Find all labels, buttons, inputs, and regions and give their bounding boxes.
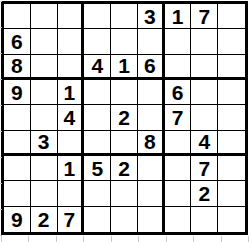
cell-r9c4[interactable] bbox=[84, 207, 111, 232]
cell-r7c7[interactable] bbox=[165, 156, 192, 181]
gridline-tick-vertical bbox=[248, 236, 249, 242]
gridline-tick-horizontal bbox=[0, 235, 2, 236]
cell-r8c7[interactable] bbox=[165, 181, 192, 206]
given-digit-r6c6[interactable]: 8 bbox=[138, 131, 165, 156]
given-digit-r9c9[interactable] bbox=[218, 207, 245, 232]
cell-r4c8[interactable] bbox=[191, 80, 218, 105]
cell-r6c3[interactable] bbox=[58, 131, 85, 156]
given-digit-r3c6[interactable]: 6 bbox=[138, 55, 165, 80]
given-digit-r7c5[interactable]: 2 bbox=[111, 156, 138, 181]
cell-r2c2[interactable] bbox=[31, 29, 58, 54]
cell-r2c9[interactable] bbox=[218, 29, 245, 54]
given-digit-r7c8[interactable]: 7 bbox=[191, 156, 218, 181]
cell-r6c7[interactable] bbox=[165, 131, 192, 156]
gridline-tick-horizontal bbox=[0, 157, 2, 158]
gridline-tick-horizontal bbox=[0, 27, 2, 28]
cell-r6c1[interactable] bbox=[4, 131, 31, 156]
gridline-tick-horizontal bbox=[0, 131, 2, 132]
cell-r2c6[interactable] bbox=[138, 29, 165, 54]
gridline-tick-vertical bbox=[83, 236, 84, 242]
given-digit-r1c8[interactable]: 7 bbox=[191, 4, 218, 29]
cell-r8c2[interactable] bbox=[31, 181, 58, 206]
gridline-tick-horizontal bbox=[0, 53, 2, 54]
cell-r7c9[interactable] bbox=[218, 156, 245, 181]
cell-r1c2[interactable] bbox=[31, 4, 58, 29]
cell-r4c5[interactable] bbox=[111, 80, 138, 105]
cell-r8c4[interactable] bbox=[84, 181, 111, 206]
given-digit-r4c1[interactable]: 9 bbox=[4, 80, 31, 105]
cell-r2c3[interactable] bbox=[58, 29, 85, 54]
given-digit-r1c6[interactable]: 3 bbox=[138, 4, 165, 29]
cell-r9c6[interactable] bbox=[138, 207, 165, 232]
given-digit-r7c4[interactable]: 5 bbox=[84, 156, 111, 181]
given-digit-r4c7[interactable]: 6 bbox=[165, 80, 192, 105]
gridline-tick-horizontal bbox=[0, 1, 2, 2]
gridline-tick-horizontal bbox=[0, 183, 2, 184]
cell-r8c6[interactable] bbox=[138, 181, 165, 206]
cell-r5c9[interactable] bbox=[218, 105, 245, 130]
gridline-tick-vertical bbox=[138, 236, 139, 242]
cell-r9c8[interactable] bbox=[191, 207, 218, 232]
cell-r3c2[interactable] bbox=[31, 55, 58, 80]
cell-r6c9[interactable] bbox=[218, 131, 245, 156]
given-digit-r5c5[interactable]: 2 bbox=[111, 105, 138, 130]
cell-r4c4[interactable] bbox=[84, 80, 111, 105]
cell-r5c4[interactable] bbox=[84, 105, 111, 130]
gridline-tick-vertical bbox=[111, 236, 112, 242]
cell-r9c7[interactable] bbox=[165, 207, 192, 232]
cell-r8c1[interactable] bbox=[4, 181, 31, 206]
given-digit-r3c4[interactable]: 4 bbox=[84, 55, 111, 80]
cell-r6c4[interactable] bbox=[84, 131, 111, 156]
gridline-tick-vertical bbox=[1, 236, 2, 242]
cell-r5c6[interactable] bbox=[138, 105, 165, 130]
given-digit-r9c2[interactable]: 2 bbox=[31, 207, 58, 232]
cell-r3c7[interactable] bbox=[165, 55, 192, 80]
given-digit-r6c8[interactable]: 4 bbox=[191, 131, 218, 156]
given-digit-r1c7[interactable]: 1 bbox=[165, 4, 192, 29]
given-digit-r9c1[interactable]: 9 bbox=[4, 207, 31, 232]
cell-r7c6[interactable] bbox=[138, 156, 165, 181]
sudoku-board: 3176841691642738415272927 bbox=[1, 1, 248, 235]
cell-r4c2[interactable] bbox=[31, 80, 58, 105]
gridline-tick-horizontal bbox=[0, 209, 2, 210]
cell-r2c8[interactable] bbox=[191, 29, 218, 54]
cell-r2c4[interactable] bbox=[84, 29, 111, 54]
cell-r5c1[interactable] bbox=[4, 105, 31, 130]
given-digit-r7c3[interactable]: 1 bbox=[58, 156, 85, 181]
cell-r7c2[interactable] bbox=[31, 156, 58, 181]
given-digit-r2c1[interactable]: 6 bbox=[4, 29, 31, 54]
gridline-tick-horizontal bbox=[0, 105, 2, 106]
given-digit-r3c1[interactable]: 8 bbox=[4, 55, 31, 80]
cell-r7c1[interactable] bbox=[4, 156, 31, 181]
cell-r5c2[interactable] bbox=[31, 105, 58, 130]
gridline-tick-vertical bbox=[56, 236, 57, 242]
sudoku-screenshot: 3176841691642738415272927 bbox=[0, 0, 251, 242]
given-digit-r6c2[interactable]: 3 bbox=[31, 131, 58, 156]
given-digit-r9c3[interactable]: 7 bbox=[58, 207, 85, 232]
cell-r1c4[interactable] bbox=[84, 4, 111, 29]
cell-r2c7[interactable] bbox=[165, 29, 192, 54]
cell-r1c3[interactable] bbox=[58, 4, 85, 29]
given-digit-r4c3[interactable]: 1 bbox=[58, 80, 85, 105]
given-digit-r5c3[interactable]: 4 bbox=[58, 105, 85, 130]
gridline-tick-vertical bbox=[221, 236, 222, 242]
gridline-tick-vertical bbox=[193, 236, 194, 242]
cell-r8c3[interactable] bbox=[58, 181, 85, 206]
cell-r4c9[interactable] bbox=[218, 80, 245, 105]
cell-r8c5[interactable] bbox=[111, 181, 138, 206]
given-digit-r3c5[interactable]: 1 bbox=[111, 55, 138, 80]
cell-r9c5[interactable] bbox=[111, 207, 138, 232]
gridline-tick-horizontal bbox=[0, 79, 2, 80]
given-digit-r8c8[interactable]: 2 bbox=[191, 181, 218, 206]
gridline-tick-vertical bbox=[166, 236, 167, 242]
cell-r1c1[interactable] bbox=[4, 4, 31, 29]
given-digit-r5c7[interactable]: 7 bbox=[165, 105, 192, 130]
cell-r3c3[interactable] bbox=[58, 55, 85, 80]
cell-r1c5[interactable] bbox=[111, 4, 138, 29]
cell-r1c9[interactable] bbox=[218, 4, 245, 29]
cell-r8c9[interactable] bbox=[218, 181, 245, 206]
cell-r2c5[interactable] bbox=[111, 29, 138, 54]
cell-r3c9[interactable] bbox=[218, 55, 245, 80]
gridline-tick-vertical bbox=[28, 236, 29, 242]
cell-r4c6[interactable] bbox=[138, 80, 165, 105]
cell-r5c8[interactable] bbox=[191, 105, 218, 130]
cell-r6c5[interactable] bbox=[111, 131, 138, 156]
cell-r3c8[interactable] bbox=[191, 55, 218, 80]
